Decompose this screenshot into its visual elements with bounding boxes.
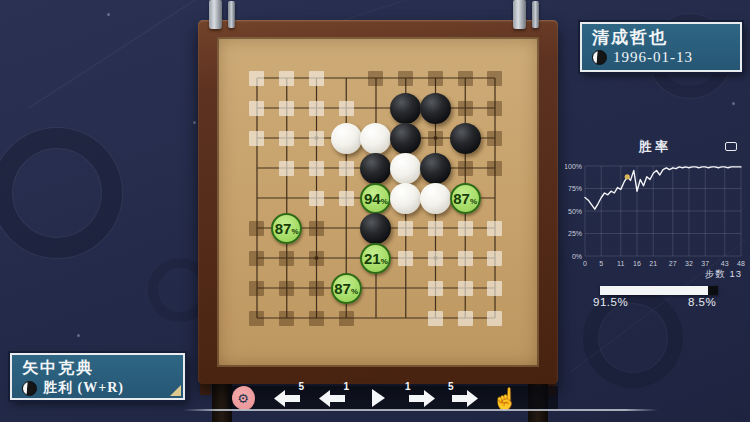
board-point[interactable]	[331, 303, 361, 333]
gear-icon: ⚙	[237, 392, 249, 405]
board-point[interactable]	[480, 243, 510, 273]
white-territory-mark	[487, 311, 502, 326]
board-point[interactable]	[272, 303, 302, 333]
board-point[interactable]	[450, 273, 480, 303]
black-territory-mark	[249, 281, 264, 296]
board-point[interactable]	[302, 153, 332, 183]
player-card-top[interactable]: 清成哲也 1996-01-13	[580, 22, 742, 72]
goban[interactable]: 94%87%87%21%87%	[242, 63, 510, 333]
player-name: 矢中克典	[22, 358, 173, 378]
white-territory-mark	[487, 281, 502, 296]
white-territory-mark	[428, 251, 443, 266]
winrate-chart: 0%25%50%75%100%051116212732374348	[565, 158, 750, 273]
board-point[interactable]	[480, 153, 510, 183]
hand-tool-button[interactable]: ☝	[489, 385, 521, 411]
board-point[interactable]	[391, 123, 421, 153]
board-point[interactable]	[272, 123, 302, 153]
white-territory-mark	[487, 221, 502, 236]
white-stone	[420, 183, 451, 214]
hand-tap-icon: ☝	[492, 388, 518, 409]
black-territory-mark	[487, 131, 502, 146]
white-territory-mark	[428, 281, 443, 296]
winrate-panel: 胜率 0%25%50%75%100%051116212732374348 步数 …	[565, 136, 750, 286]
ai-hint-move[interactable]: 94%	[360, 183, 391, 214]
white-stone	[390, 183, 421, 214]
board-point[interactable]	[421, 63, 451, 93]
board-point[interactable]	[421, 123, 451, 153]
game-result: 胜利 (W+R)	[43, 379, 124, 397]
board-point[interactable]	[242, 213, 272, 243]
forward-5-button[interactable]: 5	[449, 385, 481, 411]
bg-dot	[193, 121, 196, 124]
board-point[interactable]	[391, 93, 421, 123]
black-territory-mark	[339, 311, 354, 326]
ai-analysis-button[interactable]: ⚙	[227, 385, 259, 411]
board-point[interactable]	[421, 213, 451, 243]
white-territory-mark	[279, 161, 294, 176]
board-point[interactable]	[302, 303, 332, 333]
black-territory-mark	[309, 221, 324, 236]
black-territory-mark	[458, 71, 473, 86]
bg-dot	[107, 13, 110, 16]
black-stone	[420, 93, 451, 124]
back-1-button[interactable]: 1	[316, 385, 348, 411]
svg-text:0%: 0%	[572, 253, 582, 260]
board-point[interactable]	[391, 153, 421, 183]
ai-hint-move[interactable]: 21%	[360, 243, 391, 274]
black-territory-mark	[458, 101, 473, 116]
card-corner-handle[interactable]	[170, 385, 181, 396]
white-territory-mark	[309, 71, 324, 86]
arrow-right-icon	[452, 390, 478, 407]
board-point[interactable]	[391, 303, 421, 333]
step-count-badge: 1	[343, 381, 349, 392]
black-stone	[420, 153, 451, 184]
svg-text:50%: 50%	[568, 208, 582, 215]
board-point[interactable]	[272, 243, 302, 273]
svg-text:75%: 75%	[568, 185, 582, 192]
board-point[interactable]	[331, 63, 361, 93]
white-territory-mark	[249, 71, 264, 86]
black-territory-mark	[487, 101, 502, 116]
app-root: 94%87%87%21%87% 清成哲也 1996-01-13 矢中克典 胜利 …	[0, 0, 750, 422]
board-point[interactable]	[272, 273, 302, 303]
black-territory-mark	[309, 281, 324, 296]
board-point[interactable]	[272, 63, 302, 93]
black-stone	[360, 213, 391, 244]
board-point[interactable]	[480, 183, 510, 213]
board-point[interactable]	[421, 153, 451, 183]
board-clamp-right	[511, 0, 547, 30]
board-point[interactable]	[242, 243, 272, 273]
expand-window-icon[interactable]	[725, 142, 737, 151]
black-territory-mark	[398, 71, 413, 86]
board-point[interactable]	[391, 273, 421, 303]
board-point[interactable]	[331, 123, 361, 153]
board-point[interactable]: 87%	[450, 183, 480, 213]
black-score-label: 8.5%	[688, 296, 716, 308]
board-point[interactable]	[450, 303, 480, 333]
svg-text:21: 21	[649, 260, 657, 267]
board-point[interactable]	[331, 153, 361, 183]
black-territory-mark	[279, 251, 294, 266]
svg-text:0: 0	[583, 260, 587, 267]
board-point[interactable]: 21%	[361, 243, 391, 273]
white-territory-mark	[339, 191, 354, 206]
svg-text:100%: 100%	[565, 163, 582, 170]
board-point[interactable]	[302, 213, 332, 243]
board-point[interactable]	[450, 123, 480, 153]
board-point[interactable]	[421, 183, 451, 213]
board-point[interactable]	[331, 243, 361, 273]
board-point[interactable]	[331, 183, 361, 213]
board-point[interactable]	[421, 243, 451, 273]
board-point[interactable]	[302, 243, 332, 273]
board-clamp-left	[207, 0, 243, 30]
board-point[interactable]	[361, 213, 391, 243]
board-point[interactable]: 87%	[331, 273, 361, 303]
game-date: 1996-01-13	[613, 49, 693, 66]
white-territory-mark	[339, 101, 354, 116]
ai-hint-move[interactable]: 87%	[450, 183, 481, 214]
white-territory-mark	[398, 221, 413, 236]
black-territory-mark	[368, 71, 383, 86]
score-bar	[600, 286, 718, 295]
board-point[interactable]	[361, 303, 391, 333]
play-icon	[371, 389, 386, 407]
white-territory-mark	[428, 221, 443, 236]
black-stone-icon	[22, 381, 37, 396]
black-stone	[360, 153, 391, 184]
board-point[interactable]	[480, 93, 510, 123]
white-territory-mark	[428, 311, 443, 326]
board-point[interactable]	[391, 183, 421, 213]
white-territory-mark	[458, 311, 473, 326]
easel-tray	[183, 409, 658, 411]
black-stone	[390, 123, 421, 154]
svg-text:11: 11	[617, 260, 624, 267]
step-count-badge: 5	[298, 381, 304, 392]
board-point[interactable]	[361, 153, 391, 183]
black-territory-mark	[279, 281, 294, 296]
board-point[interactable]	[450, 63, 480, 93]
black-territory-mark	[279, 311, 294, 326]
white-territory-mark	[458, 221, 473, 236]
arrow-right-icon	[409, 390, 435, 407]
black-territory-mark	[249, 311, 264, 326]
board-point[interactable]	[391, 213, 421, 243]
arrow-left-icon	[274, 390, 300, 407]
board-point[interactable]	[331, 213, 361, 243]
svg-text:5: 5	[599, 260, 603, 267]
svg-text:16: 16	[633, 260, 641, 267]
white-territory-mark	[487, 251, 502, 266]
winrate-title: 胜率	[565, 138, 745, 156]
bg-dot	[77, 334, 80, 337]
white-territory-mark	[458, 281, 473, 296]
board-point[interactable]	[421, 273, 451, 303]
white-territory-mark	[398, 251, 413, 266]
board-point[interactable]	[480, 303, 510, 333]
black-territory-mark	[428, 131, 443, 146]
board-point[interactable]	[450, 93, 480, 123]
white-stone	[390, 153, 421, 184]
white-score-segment	[600, 286, 708, 295]
board-point[interactable]	[331, 93, 361, 123]
board-point[interactable]	[391, 63, 421, 93]
play-button[interactable]	[362, 385, 394, 411]
board-point[interactable]	[480, 123, 510, 153]
black-territory-mark	[487, 71, 502, 86]
board-point[interactable]	[361, 273, 391, 303]
ai-hint-move[interactable]: 87%	[331, 273, 362, 304]
white-territory-mark	[249, 101, 264, 116]
black-stone-icon	[592, 50, 607, 65]
white-territory-mark	[309, 161, 324, 176]
board-point[interactable]	[450, 213, 480, 243]
white-territory-mark	[279, 71, 294, 86]
white-territory-mark	[309, 131, 324, 146]
board-point[interactable]	[480, 63, 510, 93]
board-point[interactable]	[242, 303, 272, 333]
black-stone	[450, 123, 481, 154]
step-count-badge: 5	[448, 381, 454, 392]
back-5-button[interactable]: 5	[271, 385, 303, 411]
board-point[interactable]	[242, 273, 272, 303]
board-point[interactable]	[242, 123, 272, 153]
board-point[interactable]	[361, 93, 391, 123]
black-stone	[390, 93, 421, 124]
board-point[interactable]	[272, 153, 302, 183]
bg-ring-decoration	[0, 128, 122, 258]
black-territory-mark	[428, 71, 443, 86]
board-point[interactable]	[242, 183, 272, 213]
player-name: 清成哲也	[592, 27, 730, 48]
board-point[interactable]	[480, 213, 510, 243]
board-point[interactable]	[302, 93, 332, 123]
black-territory-mark	[487, 161, 502, 176]
board-point[interactable]	[242, 93, 272, 123]
white-territory-mark	[279, 131, 294, 146]
board-point[interactable]: 87%	[272, 213, 302, 243]
white-territory-mark	[249, 131, 264, 146]
ai-hint-move[interactable]: 87%	[271, 213, 302, 244]
bg-dot	[732, 102, 735, 105]
white-territory-mark	[339, 161, 354, 176]
board-point[interactable]	[272, 183, 302, 213]
black-territory-mark	[309, 311, 324, 326]
board-point[interactable]	[450, 243, 480, 273]
brain-gear-icon: ⚙	[232, 386, 255, 410]
white-territory-mark	[279, 101, 294, 116]
white-territory-mark	[309, 191, 324, 206]
board-point[interactable]	[450, 153, 480, 183]
step-count-badge: 1	[405, 381, 411, 392]
board-point[interactable]	[361, 123, 391, 153]
board-point[interactable]	[302, 183, 332, 213]
board-point[interactable]	[302, 63, 332, 93]
white-territory-mark	[309, 101, 324, 116]
black-score-segment	[708, 286, 718, 295]
board-point[interactable]	[302, 123, 332, 153]
black-territory-mark	[458, 161, 473, 176]
svg-text:43: 43	[721, 260, 729, 267]
board-point[interactable]	[242, 153, 272, 183]
black-territory-mark	[249, 221, 264, 236]
black-territory-mark	[249, 251, 264, 266]
board-point[interactable]	[421, 303, 451, 333]
svg-text:37: 37	[701, 260, 709, 267]
board-point[interactable]: 94%	[361, 183, 391, 213]
board-point[interactable]	[242, 63, 272, 93]
white-stone	[360, 123, 391, 154]
move-counter: 步数 13	[705, 268, 742, 281]
player-card-bottom[interactable]: 矢中克典 胜利 (W+R)	[10, 353, 185, 400]
board-point[interactable]	[272, 93, 302, 123]
forward-1-button[interactable]: 1	[406, 385, 438, 411]
svg-text:48: 48	[737, 260, 745, 267]
board-point[interactable]	[480, 273, 510, 303]
board-point[interactable]	[391, 243, 421, 273]
board-point[interactable]	[361, 63, 391, 93]
white-score-label: 91.5%	[593, 296, 628, 308]
svg-text:32: 32	[685, 260, 693, 267]
white-stone	[331, 123, 362, 154]
svg-text:25%: 25%	[568, 230, 582, 237]
svg-text:27: 27	[669, 260, 677, 267]
board-point[interactable]	[302, 273, 332, 303]
board-point[interactable]	[421, 93, 451, 123]
black-territory-mark	[309, 251, 324, 266]
arrow-left-icon	[319, 390, 345, 407]
white-territory-mark	[458, 251, 473, 266]
